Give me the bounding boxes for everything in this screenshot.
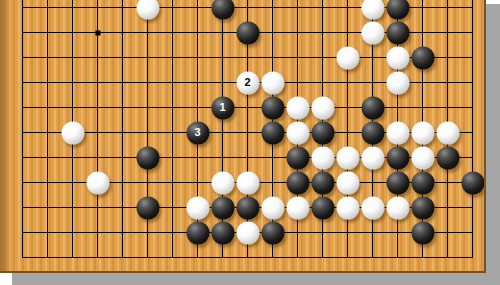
intersection[interactable]: [310, 245, 335, 270]
intersection[interactable]: [260, 145, 285, 170]
black-stone: [386, 171, 409, 194]
white-stone: [211, 171, 234, 194]
intersection[interactable]: [10, 245, 35, 270]
intersection[interactable]: [410, 70, 435, 95]
intersection[interactable]: [260, 245, 285, 270]
intersection[interactable]: [85, 70, 110, 95]
black-stone: [311, 121, 334, 144]
intersection[interactable]: [310, 45, 335, 70]
intersection[interactable]: [335, 0, 360, 20]
intersection[interactable]: [160, 195, 185, 220]
black-stone: [211, 196, 234, 219]
intersection[interactable]: [210, 120, 235, 145]
intersection[interactable]: [385, 170, 410, 195]
black-stone: [386, 21, 409, 44]
intersection[interactable]: [110, 195, 135, 220]
intersection[interactable]: [60, 0, 85, 20]
white-stone: [386, 71, 409, 94]
intersection[interactable]: [360, 70, 385, 95]
black-stone: [286, 146, 309, 169]
intersection[interactable]: [310, 220, 335, 245]
white-stone: [336, 171, 359, 194]
intersection[interactable]: [260, 20, 285, 45]
intersection[interactable]: [435, 0, 460, 20]
intersection[interactable]: [360, 45, 385, 70]
intersection[interactable]: [360, 245, 385, 270]
intersection[interactable]: [460, 145, 485, 170]
go-board: 213: [0, 0, 486, 273]
intersection[interactable]: [310, 195, 335, 220]
black-stone: [411, 196, 434, 219]
black-stone: [386, 146, 409, 169]
intersection[interactable]: [85, 145, 110, 170]
black-stone: [436, 146, 459, 169]
white-stone: [311, 146, 334, 169]
intersection[interactable]: [210, 70, 235, 95]
black-stone: [411, 171, 434, 194]
intersection[interactable]: [385, 195, 410, 220]
intersection[interactable]: [360, 220, 385, 245]
intersection[interactable]: [10, 45, 35, 70]
intersection[interactable]: [385, 95, 410, 120]
intersection[interactable]: [160, 45, 185, 70]
intersection[interactable]: [10, 195, 35, 220]
intersection[interactable]: [360, 195, 385, 220]
white-stone: [61, 121, 84, 144]
intersection[interactable]: [60, 195, 85, 220]
intersection[interactable]: [360, 170, 385, 195]
black-stone: 3: [186, 121, 209, 144]
intersection[interactable]: [185, 245, 210, 270]
intersection[interactable]: [285, 45, 310, 70]
black-stone: [361, 121, 384, 144]
intersection[interactable]: [85, 0, 110, 20]
intersection[interactable]: [135, 120, 160, 145]
intersection[interactable]: [410, 145, 435, 170]
black-stone: [261, 221, 284, 244]
intersection[interactable]: [460, 245, 485, 270]
intersection[interactable]: [110, 95, 135, 120]
white-stone: [361, 146, 384, 169]
intersection[interactable]: [85, 245, 110, 270]
intersection[interactable]: [435, 220, 460, 245]
go-app-window: 213: [0, 0, 500, 285]
intersection[interactable]: [435, 20, 460, 45]
move-number-label: 3: [194, 127, 200, 138]
intersection[interactable]: [385, 145, 410, 170]
intersection[interactable]: [335, 245, 360, 270]
intersection[interactable]: 1: [210, 95, 235, 120]
white-stone: [136, 0, 159, 19]
intersection[interactable]: [460, 45, 485, 70]
intersection[interactable]: [160, 220, 185, 245]
white-stone: [186, 196, 209, 219]
intersection[interactable]: [335, 145, 360, 170]
white-stone: [361, 21, 384, 44]
intersection[interactable]: [435, 245, 460, 270]
intersection[interactable]: [260, 120, 285, 145]
intersection[interactable]: [260, 95, 285, 120]
white-stone: [336, 146, 359, 169]
intersection[interactable]: [135, 20, 160, 45]
intersection[interactable]: [410, 220, 435, 245]
intersection[interactable]: [110, 245, 135, 270]
intersection[interactable]: [235, 170, 260, 195]
black-stone: [411, 221, 434, 244]
white-stone: 2: [236, 71, 259, 94]
intersection[interactable]: [335, 170, 360, 195]
intersection[interactable]: [435, 145, 460, 170]
intersection[interactable]: [35, 120, 60, 145]
black-stone: [211, 221, 234, 244]
black-stone: [386, 0, 409, 19]
intersection[interactable]: [35, 245, 60, 270]
intersection[interactable]: [210, 145, 235, 170]
intersection[interactable]: [185, 95, 210, 120]
intersection[interactable]: [285, 70, 310, 95]
black-stone: [236, 196, 259, 219]
intersection[interactable]: [160, 245, 185, 270]
black-stone: [311, 196, 334, 219]
intersection[interactable]: [410, 170, 435, 195]
intersection[interactable]: [335, 45, 360, 70]
intersection[interactable]: [35, 145, 60, 170]
intersection[interactable]: [10, 220, 35, 245]
intersection[interactable]: [385, 245, 410, 270]
intersection[interactable]: [360, 145, 385, 170]
intersection[interactable]: [185, 170, 210, 195]
intersection[interactable]: [185, 0, 210, 20]
white-stone: [286, 121, 309, 144]
intersection[interactable]: [60, 145, 85, 170]
black-stone: [461, 171, 484, 194]
intersection[interactable]: [210, 220, 235, 245]
intersection[interactable]: [85, 220, 110, 245]
intersection[interactable]: [135, 45, 160, 70]
intersection[interactable]: [135, 220, 160, 245]
intersection[interactable]: [235, 145, 260, 170]
intersection[interactable]: [410, 95, 435, 120]
intersection[interactable]: [10, 70, 35, 95]
intersection[interactable]: [410, 0, 435, 20]
black-stone: [236, 21, 259, 44]
intersection[interactable]: [85, 195, 110, 220]
intersection[interactable]: [35, 170, 60, 195]
intersection[interactable]: 3: [185, 120, 210, 145]
intersection[interactable]: [135, 70, 160, 95]
intersection[interactable]: [335, 95, 360, 120]
intersection[interactable]: [235, 245, 260, 270]
intersection[interactable]: [285, 195, 310, 220]
intersection[interactable]: [35, 0, 60, 20]
intersection[interactable]: [10, 170, 35, 195]
intersection[interactable]: [410, 195, 435, 220]
intersection[interactable]: [160, 70, 185, 95]
intersection[interactable]: [110, 0, 135, 20]
intersection[interactable]: [460, 0, 485, 20]
white-stone: [286, 96, 309, 119]
intersection[interactable]: [410, 20, 435, 45]
white-stone: [386, 121, 409, 144]
intersection[interactable]: [310, 120, 335, 145]
intersection[interactable]: [385, 70, 410, 95]
intersection[interactable]: [285, 220, 310, 245]
intersection[interactable]: [185, 20, 210, 45]
white-stone: [336, 196, 359, 219]
intersection[interactable]: [385, 220, 410, 245]
intersection[interactable]: [260, 195, 285, 220]
intersection[interactable]: [10, 120, 35, 145]
black-stone: 1: [211, 96, 234, 119]
go-grid: 213: [10, 0, 485, 270]
intersection[interactable]: [260, 0, 285, 20]
white-stone: [86, 171, 109, 194]
intersection[interactable]: [85, 95, 110, 120]
intersection[interactable]: [385, 20, 410, 45]
intersection[interactable]: [185, 145, 210, 170]
intersection[interactable]: [110, 70, 135, 95]
intersection[interactable]: [435, 120, 460, 145]
intersection[interactable]: [310, 145, 335, 170]
intersection[interactable]: [310, 20, 335, 45]
intersection[interactable]: [210, 170, 235, 195]
intersection[interactable]: [460, 120, 485, 145]
intersection[interactable]: [60, 20, 85, 45]
intersection[interactable]: [410, 245, 435, 270]
intersection[interactable]: [285, 120, 310, 145]
intersection[interactable]: [335, 220, 360, 245]
intersection[interactable]: [335, 20, 360, 45]
intersection[interactable]: [60, 245, 85, 270]
intersection[interactable]: [110, 145, 135, 170]
intersection[interactable]: [435, 195, 460, 220]
white-stone: [336, 46, 359, 69]
intersection[interactable]: [285, 0, 310, 20]
intersection[interactable]: [435, 45, 460, 70]
intersection[interactable]: [460, 170, 485, 195]
intersection[interactable]: [210, 0, 235, 20]
intersection[interactable]: [460, 220, 485, 245]
intersection[interactable]: [210, 20, 235, 45]
intersection[interactable]: [235, 120, 260, 145]
white-stone: [386, 196, 409, 219]
intersection[interactable]: [110, 220, 135, 245]
intersection[interactable]: [285, 245, 310, 270]
intersection[interactable]: [435, 95, 460, 120]
move-number-label: 1: [219, 102, 225, 113]
intersection[interactable]: [210, 195, 235, 220]
intersection[interactable]: [360, 95, 385, 120]
intersection[interactable]: [385, 45, 410, 70]
intersection[interactable]: [35, 95, 60, 120]
intersection[interactable]: [85, 20, 110, 45]
white-stone: [411, 121, 434, 144]
black-stone: [311, 171, 334, 194]
intersection[interactable]: [260, 45, 285, 70]
intersection[interactable]: [60, 70, 85, 95]
white-stone: [236, 171, 259, 194]
intersection[interactable]: [10, 0, 35, 20]
star-point-icon: [95, 30, 100, 35]
white-stone: [361, 0, 384, 19]
black-stone: [286, 171, 309, 194]
intersection[interactable]: [110, 170, 135, 195]
intersection[interactable]: [310, 170, 335, 195]
intersection[interactable]: [35, 45, 60, 70]
move-number-label: 2: [244, 77, 250, 88]
intersection[interactable]: [410, 120, 435, 145]
intersection[interactable]: [385, 0, 410, 20]
intersection[interactable]: [35, 220, 60, 245]
intersection[interactable]: [60, 220, 85, 245]
intersection[interactable]: [160, 95, 185, 120]
intersection[interactable]: [10, 20, 35, 45]
intersection[interactable]: [460, 95, 485, 120]
intersection[interactable]: [185, 45, 210, 70]
intersection[interactable]: [285, 95, 310, 120]
intersection[interactable]: [35, 195, 60, 220]
intersection[interactable]: [435, 70, 460, 95]
intersection[interactable]: [235, 0, 260, 20]
intersection[interactable]: [85, 120, 110, 145]
intersection[interactable]: [110, 45, 135, 70]
intersection[interactable]: [160, 170, 185, 195]
intersection[interactable]: [235, 45, 260, 70]
white-stone: [236, 221, 259, 244]
white-stone: [261, 71, 284, 94]
intersection[interactable]: [160, 145, 185, 170]
intersection[interactable]: [285, 170, 310, 195]
intersection[interactable]: [460, 70, 485, 95]
intersection[interactable]: [160, 120, 185, 145]
intersection[interactable]: [60, 95, 85, 120]
intersection[interactable]: [285, 20, 310, 45]
black-stone: [411, 46, 434, 69]
intersection[interactable]: [185, 70, 210, 95]
intersection[interactable]: 2: [235, 70, 260, 95]
intersection[interactable]: [110, 20, 135, 45]
intersection[interactable]: [335, 195, 360, 220]
intersection[interactable]: [160, 20, 185, 45]
black-stone: [136, 196, 159, 219]
black-stone: [136, 146, 159, 169]
intersection[interactable]: [385, 120, 410, 145]
white-stone: [261, 196, 284, 219]
intersection[interactable]: [135, 0, 160, 20]
intersection[interactable]: [460, 20, 485, 45]
intersection[interactable]: [10, 95, 35, 120]
intersection[interactable]: [310, 70, 335, 95]
white-stone: [311, 96, 334, 119]
intersection[interactable]: [210, 245, 235, 270]
intersection[interactable]: [285, 145, 310, 170]
intersection[interactable]: [185, 195, 210, 220]
intersection[interactable]: [60, 170, 85, 195]
intersection[interactable]: [260, 220, 285, 245]
black-stone: [361, 96, 384, 119]
intersection[interactable]: [160, 0, 185, 20]
intersection[interactable]: [135, 170, 160, 195]
intersection[interactable]: [85, 45, 110, 70]
intersection[interactable]: [235, 220, 260, 245]
intersection[interactable]: [85, 170, 110, 195]
intersection[interactable]: [10, 145, 35, 170]
intersection[interactable]: [35, 20, 60, 45]
intersection[interactable]: [460, 195, 485, 220]
black-stone: [261, 121, 284, 144]
intersection[interactable]: [310, 95, 335, 120]
intersection[interactable]: [60, 45, 85, 70]
white-stone: [286, 196, 309, 219]
intersection[interactable]: [335, 70, 360, 95]
black-stone: [261, 96, 284, 119]
white-stone: [386, 46, 409, 69]
intersection[interactable]: [135, 145, 160, 170]
intersection[interactable]: [260, 170, 285, 195]
black-stone: [186, 221, 209, 244]
intersection[interactable]: [135, 95, 160, 120]
intersection[interactable]: [210, 45, 235, 70]
intersection[interactable]: [35, 70, 60, 95]
intersection[interactable]: [435, 170, 460, 195]
intersection[interactable]: [360, 0, 385, 20]
intersection[interactable]: [360, 120, 385, 145]
white-stone: [361, 196, 384, 219]
white-stone: [411, 146, 434, 169]
intersection[interactable]: [260, 70, 285, 95]
intersection[interactable]: [310, 0, 335, 20]
white-stone: [436, 121, 459, 144]
intersection[interactable]: [110, 120, 135, 145]
intersection[interactable]: [235, 20, 260, 45]
intersection[interactable]: [135, 195, 160, 220]
intersection[interactable]: [360, 20, 385, 45]
black-stone: [211, 0, 234, 19]
intersection[interactable]: [335, 120, 360, 145]
intersection[interactable]: [235, 195, 260, 220]
intersection[interactable]: [235, 95, 260, 120]
intersection[interactable]: [135, 245, 160, 270]
intersection[interactable]: [185, 220, 210, 245]
intersection[interactable]: [410, 45, 435, 70]
intersection[interactable]: [60, 120, 85, 145]
